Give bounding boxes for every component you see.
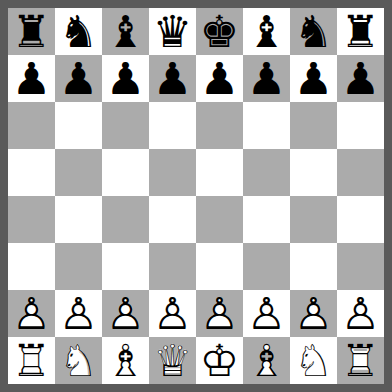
rook-glyph-outline: ♖ xyxy=(337,337,384,384)
square-b8[interactable]: ♞ xyxy=(55,8,102,55)
piece-black-pawn[interactable]: ♟ xyxy=(290,55,337,102)
piece-black-bishop[interactable]: ♝ xyxy=(102,8,149,55)
square-h5[interactable] xyxy=(337,149,384,196)
piece-white-knight[interactable]: ♞♘ xyxy=(290,337,337,384)
square-a7[interactable]: ♟ xyxy=(8,55,55,102)
square-c1[interactable]: ♝♗ xyxy=(102,337,149,384)
square-d1[interactable]: ♛♕ xyxy=(149,337,196,384)
square-b4[interactable] xyxy=(55,196,102,243)
square-c3[interactable] xyxy=(102,243,149,290)
queen-glyph-outline: ♕ xyxy=(149,337,196,384)
pawn-glyph-outline: ♙ xyxy=(149,290,196,337)
square-c6[interactable] xyxy=(102,102,149,149)
square-f5[interactable] xyxy=(243,149,290,196)
piece-black-knight[interactable]: ♞ xyxy=(290,8,337,55)
pawn-glyph-fill: ♟ xyxy=(102,55,149,102)
bishop-glyph-outline: ♗ xyxy=(243,337,290,384)
piece-black-pawn[interactable]: ♟ xyxy=(149,55,196,102)
square-e4[interactable] xyxy=(196,196,243,243)
pawn-glyph-outline: ♙ xyxy=(196,290,243,337)
knight-glyph-fill: ♞ xyxy=(55,8,102,55)
piece-black-knight[interactable]: ♞ xyxy=(55,8,102,55)
knight-glyph-fill: ♞ xyxy=(290,8,337,55)
pawn-glyph-fill: ♟ xyxy=(149,55,196,102)
square-a5[interactable] xyxy=(8,149,55,196)
piece-white-pawn[interactable]: ♟♙ xyxy=(55,290,102,337)
square-d7[interactable]: ♟ xyxy=(149,55,196,102)
square-d4[interactable] xyxy=(149,196,196,243)
square-g1[interactable]: ♞♘ xyxy=(290,337,337,384)
square-d3[interactable] xyxy=(149,243,196,290)
queen-glyph-fill: ♛ xyxy=(149,8,196,55)
square-e1[interactable]: ♚♔ xyxy=(196,337,243,384)
piece-black-bishop[interactable]: ♝ xyxy=(243,8,290,55)
square-d2[interactable]: ♟♙ xyxy=(149,290,196,337)
piece-black-pawn[interactable]: ♟ xyxy=(337,55,384,102)
square-b2[interactable]: ♟♙ xyxy=(55,290,102,337)
piece-black-pawn[interactable]: ♟ xyxy=(196,55,243,102)
bishop-glyph-fill: ♝ xyxy=(243,8,290,55)
rook-glyph-fill: ♜ xyxy=(8,8,55,55)
piece-white-pawn[interactable]: ♟♙ xyxy=(243,290,290,337)
piece-white-pawn[interactable]: ♟♙ xyxy=(337,290,384,337)
piece-white-bishop[interactable]: ♝♗ xyxy=(102,337,149,384)
square-a3[interactable] xyxy=(8,243,55,290)
square-g2[interactable]: ♟♙ xyxy=(290,290,337,337)
piece-white-queen[interactable]: ♛♕ xyxy=(149,337,196,384)
square-b1[interactable]: ♞♘ xyxy=(55,337,102,384)
piece-black-rook[interactable]: ♜ xyxy=(337,8,384,55)
square-b5[interactable] xyxy=(55,149,102,196)
bishop-glyph-outline: ♗ xyxy=(102,337,149,384)
pawn-glyph-fill: ♟ xyxy=(243,55,290,102)
pawn-glyph-outline: ♙ xyxy=(55,290,102,337)
piece-white-bishop[interactable]: ♝♗ xyxy=(243,337,290,384)
piece-black-pawn[interactable]: ♟ xyxy=(55,55,102,102)
square-f7[interactable]: ♟ xyxy=(243,55,290,102)
square-f1[interactable]: ♝♗ xyxy=(243,337,290,384)
piece-white-rook[interactable]: ♜♖ xyxy=(8,337,55,384)
bishop-glyph-fill: ♝ xyxy=(102,8,149,55)
square-b7[interactable]: ♟ xyxy=(55,55,102,102)
rook-glyph-fill: ♜ xyxy=(337,8,384,55)
square-h6[interactable] xyxy=(337,102,384,149)
pawn-glyph-fill: ♟ xyxy=(55,55,102,102)
pawn-glyph-fill: ♟ xyxy=(196,55,243,102)
square-c7[interactable]: ♟ xyxy=(102,55,149,102)
square-e6[interactable] xyxy=(196,102,243,149)
pawn-glyph-outline: ♙ xyxy=(8,290,55,337)
pawn-glyph-outline: ♙ xyxy=(337,290,384,337)
piece-white-rook[interactable]: ♜♖ xyxy=(337,337,384,384)
king-glyph-outline: ♔ xyxy=(196,337,243,384)
square-a8[interactable]: ♜ xyxy=(8,8,55,55)
square-g6[interactable] xyxy=(290,102,337,149)
square-h8[interactable]: ♜ xyxy=(337,8,384,55)
pawn-glyph-fill: ♟ xyxy=(337,55,384,102)
square-g5[interactable] xyxy=(290,149,337,196)
square-h1[interactable]: ♜♖ xyxy=(337,337,384,384)
piece-white-pawn[interactable]: ♟♙ xyxy=(149,290,196,337)
piece-black-pawn[interactable]: ♟ xyxy=(8,55,55,102)
square-c2[interactable]: ♟♙ xyxy=(102,290,149,337)
knight-glyph-outline: ♘ xyxy=(290,337,337,384)
rook-glyph-outline: ♖ xyxy=(8,337,55,384)
piece-white-pawn[interactable]: ♟♙ xyxy=(196,290,243,337)
square-g7[interactable]: ♟ xyxy=(290,55,337,102)
square-c8[interactable]: ♝ xyxy=(102,8,149,55)
square-d8[interactable]: ♛ xyxy=(149,8,196,55)
piece-black-pawn[interactable]: ♟ xyxy=(102,55,149,102)
square-e8[interactable]: ♚ xyxy=(196,8,243,55)
piece-white-knight[interactable]: ♞♘ xyxy=(55,337,102,384)
square-e5[interactable] xyxy=(196,149,243,196)
square-f2[interactable]: ♟♙ xyxy=(243,290,290,337)
king-glyph-fill: ♚ xyxy=(196,8,243,55)
pawn-glyph-fill: ♟ xyxy=(290,55,337,102)
piece-white-pawn[interactable]: ♟♙ xyxy=(102,290,149,337)
piece-white-pawn[interactable]: ♟♙ xyxy=(290,290,337,337)
square-a2[interactable]: ♟♙ xyxy=(8,290,55,337)
square-a4[interactable] xyxy=(8,196,55,243)
piece-black-pawn[interactable]: ♟ xyxy=(243,55,290,102)
piece-black-king[interactable]: ♚ xyxy=(196,8,243,55)
square-a1[interactable]: ♜♖ xyxy=(8,337,55,384)
square-c4[interactable] xyxy=(102,196,149,243)
square-d5[interactable] xyxy=(149,149,196,196)
square-h2[interactable]: ♟♙ xyxy=(337,290,384,337)
square-g4[interactable] xyxy=(290,196,337,243)
chess-board: ♜♞♝♛♚♝♞♜♟♟♟♟♟♟♟♟♟♙♟♙♟♙♟♙♟♙♟♙♟♙♟♙♜♖♞♘♝♗♛♕… xyxy=(0,0,392,392)
pawn-glyph-outline: ♙ xyxy=(243,290,290,337)
square-h4[interactable] xyxy=(337,196,384,243)
pawn-glyph-fill: ♟ xyxy=(8,55,55,102)
square-f6[interactable] xyxy=(243,102,290,149)
square-e3[interactable] xyxy=(196,243,243,290)
piece-black-rook[interactable]: ♜ xyxy=(8,8,55,55)
square-e7[interactable]: ♟ xyxy=(196,55,243,102)
square-h7[interactable]: ♟ xyxy=(337,55,384,102)
square-g8[interactable]: ♞ xyxy=(290,8,337,55)
square-b3[interactable] xyxy=(55,243,102,290)
square-f8[interactable]: ♝ xyxy=(243,8,290,55)
piece-white-king[interactable]: ♚♔ xyxy=(196,337,243,384)
square-e2[interactable]: ♟♙ xyxy=(196,290,243,337)
knight-glyph-outline: ♘ xyxy=(55,337,102,384)
piece-black-queen[interactable]: ♛ xyxy=(149,8,196,55)
pawn-glyph-outline: ♙ xyxy=(290,290,337,337)
square-f3[interactable] xyxy=(243,243,290,290)
square-g3[interactable] xyxy=(290,243,337,290)
pawn-glyph-outline: ♙ xyxy=(102,290,149,337)
piece-white-pawn[interactable]: ♟♙ xyxy=(8,290,55,337)
square-d6[interactable] xyxy=(149,102,196,149)
square-h3[interactable] xyxy=(337,243,384,290)
square-f4[interactable] xyxy=(243,196,290,243)
square-b6[interactable] xyxy=(55,102,102,149)
square-c5[interactable] xyxy=(102,149,149,196)
square-a6[interactable] xyxy=(8,102,55,149)
